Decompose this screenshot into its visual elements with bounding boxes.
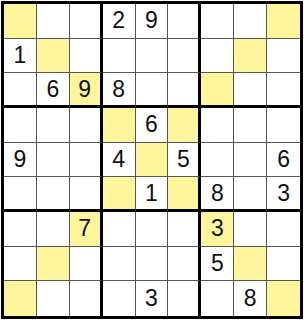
cell-r2c2[interactable] xyxy=(37,39,70,74)
given-digit: 7 xyxy=(78,217,91,240)
given-digit: 1 xyxy=(145,182,158,205)
cell-r6c8[interactable] xyxy=(234,177,267,212)
cell-r7c1[interactable] xyxy=(4,212,37,247)
cell-r5c9[interactable]: 6 xyxy=(267,143,300,178)
sudoku-board: 2916986945618373538 xyxy=(1,1,303,319)
given-digit: 6 xyxy=(277,148,290,171)
cell-r9c1[interactable] xyxy=(4,281,37,316)
cell-r5c7[interactable] xyxy=(201,143,234,178)
given-digit: 3 xyxy=(277,182,290,205)
cell-r4c6[interactable] xyxy=(168,108,201,143)
cell-r7c8[interactable] xyxy=(234,212,267,247)
given-digit: 8 xyxy=(211,182,224,205)
cell-r7c9[interactable] xyxy=(267,212,300,247)
cell-r5c5[interactable] xyxy=(136,143,169,178)
cell-r1c7[interactable] xyxy=(201,4,234,39)
cell-r9c5[interactable]: 3 xyxy=(136,281,169,316)
cell-r1c3[interactable] xyxy=(70,4,103,39)
given-digit: 2 xyxy=(112,9,125,32)
given-digit: 9 xyxy=(145,9,158,32)
cell-r9c3[interactable] xyxy=(70,281,103,316)
cell-r8c1[interactable] xyxy=(4,247,37,282)
cell-r6c4[interactable] xyxy=(103,177,136,212)
given-digit: 8 xyxy=(244,287,257,310)
sudoku-page: 2916986945618373538 xyxy=(0,0,304,320)
cell-r3c1[interactable] xyxy=(4,73,37,108)
given-digit: 8 xyxy=(112,78,125,101)
cell-r9c7[interactable] xyxy=(201,281,234,316)
cell-r4c9[interactable] xyxy=(267,108,300,143)
given-digit: 5 xyxy=(177,148,190,171)
cell-r9c4[interactable] xyxy=(103,281,136,316)
cell-r4c4[interactable] xyxy=(103,108,136,143)
cell-r6c9[interactable]: 3 xyxy=(267,177,300,212)
cell-r1c2[interactable] xyxy=(37,4,70,39)
cell-r2c4[interactable] xyxy=(103,39,136,74)
cell-r8c4[interactable] xyxy=(103,247,136,282)
cell-r9c9[interactable] xyxy=(267,281,300,316)
cell-r2c3[interactable] xyxy=(70,39,103,74)
cell-r4c5[interactable]: 6 xyxy=(136,108,169,143)
cell-r8c2[interactable] xyxy=(37,247,70,282)
cell-r1c6[interactable] xyxy=(168,4,201,39)
cell-r2c8[interactable] xyxy=(234,39,267,74)
cell-r5c3[interactable] xyxy=(70,143,103,178)
cell-r1c8[interactable] xyxy=(234,4,267,39)
cell-r6c7[interactable]: 8 xyxy=(201,177,234,212)
cell-r6c3[interactable] xyxy=(70,177,103,212)
cell-r5c1[interactable]: 9 xyxy=(4,143,37,178)
cell-r3c6[interactable] xyxy=(168,73,201,108)
cell-r4c3[interactable] xyxy=(70,108,103,143)
cell-r3c7[interactable] xyxy=(201,73,234,108)
cell-r1c4[interactable]: 2 xyxy=(103,4,136,39)
cell-r7c5[interactable] xyxy=(136,212,169,247)
cell-r8c9[interactable] xyxy=(267,247,300,282)
given-digit: 9 xyxy=(78,78,91,101)
cell-r9c2[interactable] xyxy=(37,281,70,316)
cell-r8c8[interactable] xyxy=(234,247,267,282)
cell-r5c4[interactable]: 4 xyxy=(103,143,136,178)
cell-r8c7[interactable]: 5 xyxy=(201,247,234,282)
cell-r7c4[interactable] xyxy=(103,212,136,247)
cell-r8c3[interactable] xyxy=(70,247,103,282)
given-digit: 3 xyxy=(211,217,224,240)
cell-r9c8[interactable]: 8 xyxy=(234,281,267,316)
cell-r3c9[interactable] xyxy=(267,73,300,108)
given-digit: 5 xyxy=(211,252,224,275)
cell-r6c2[interactable] xyxy=(37,177,70,212)
cell-r5c6[interactable]: 5 xyxy=(168,143,201,178)
cell-r1c9[interactable] xyxy=(267,4,300,39)
cell-r6c6[interactable] xyxy=(168,177,201,212)
given-digit: 4 xyxy=(112,148,125,171)
cell-r1c5[interactable]: 9 xyxy=(136,4,169,39)
cell-r5c2[interactable] xyxy=(37,143,70,178)
cell-r3c2[interactable]: 6 xyxy=(37,73,70,108)
given-digit: 3 xyxy=(145,287,158,310)
cell-r7c7[interactable]: 3 xyxy=(201,212,234,247)
cell-r5c8[interactable] xyxy=(234,143,267,178)
cell-r3c8[interactable] xyxy=(234,73,267,108)
cell-r6c1[interactable] xyxy=(4,177,37,212)
cell-r9c6[interactable] xyxy=(168,281,201,316)
cell-r2c5[interactable] xyxy=(136,39,169,74)
cell-r7c2[interactable] xyxy=(37,212,70,247)
cell-r8c5[interactable] xyxy=(136,247,169,282)
given-digit: 9 xyxy=(14,148,27,171)
cell-r3c3[interactable]: 9 xyxy=(70,73,103,108)
cell-r4c7[interactable] xyxy=(201,108,234,143)
cell-r1c1[interactable] xyxy=(4,4,37,39)
given-digit: 6 xyxy=(46,78,59,101)
cell-r3c4[interactable]: 8 xyxy=(103,73,136,108)
given-digit: 6 xyxy=(145,113,158,136)
cell-r2c9[interactable] xyxy=(267,39,300,74)
cell-r6c5[interactable]: 1 xyxy=(136,177,169,212)
cell-r4c8[interactable] xyxy=(234,108,267,143)
cell-r2c7[interactable] xyxy=(201,39,234,74)
cell-r4c2[interactable] xyxy=(37,108,70,143)
cell-r2c6[interactable] xyxy=(168,39,201,74)
cell-r4c1[interactable] xyxy=(4,108,37,143)
cell-r7c6[interactable] xyxy=(168,212,201,247)
cell-r3c5[interactable] xyxy=(136,73,169,108)
cell-r2c1[interactable]: 1 xyxy=(4,39,37,74)
cell-r7c3[interactable]: 7 xyxy=(70,212,103,247)
given-digit: 1 xyxy=(14,44,27,67)
cell-r8c6[interactable] xyxy=(168,247,201,282)
